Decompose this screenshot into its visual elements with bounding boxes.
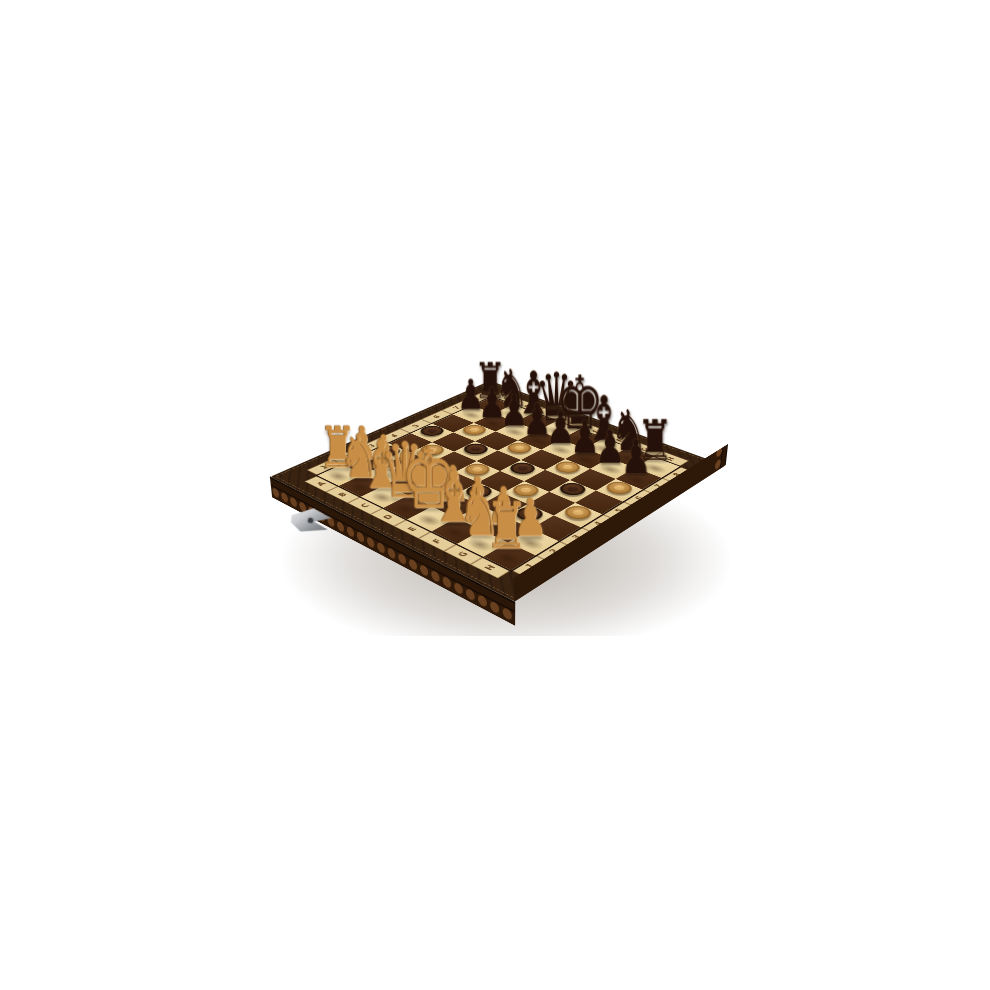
file-label-near-h-text: H bbox=[483, 564, 498, 572]
board-3d-scene: ABCDEFGH ABCDEFGH 87654321 87654321 ♜♞♝♛… bbox=[0, 0, 990, 990]
file-label-near-d-text: D bbox=[382, 514, 395, 521]
file-label-near-b-text: B bbox=[337, 491, 349, 497]
file-label-near-g-text: G bbox=[457, 550, 471, 557]
file-label-near-f-text: F bbox=[431, 538, 444, 545]
rank-label-far-6-text: 6 bbox=[432, 415, 442, 419]
product-photo-page: ABCDEFGH ABCDEFGH 87654321 87654321 ♜♞♝♛… bbox=[0, 0, 990, 990]
file-label-near-c-text: C bbox=[359, 502, 371, 508]
white-rook-glyph: ♜ bbox=[485, 494, 528, 558]
file-label-near-e-text: E bbox=[406, 526, 419, 532]
file-label-near-a-text: A bbox=[316, 481, 328, 487]
folding-chess-board: ABCDEFGH ABCDEFGH 87654321 87654321 ♜♞♝♛… bbox=[270, 381, 725, 602]
black-pawn-glyph: ♟ bbox=[621, 433, 652, 480]
